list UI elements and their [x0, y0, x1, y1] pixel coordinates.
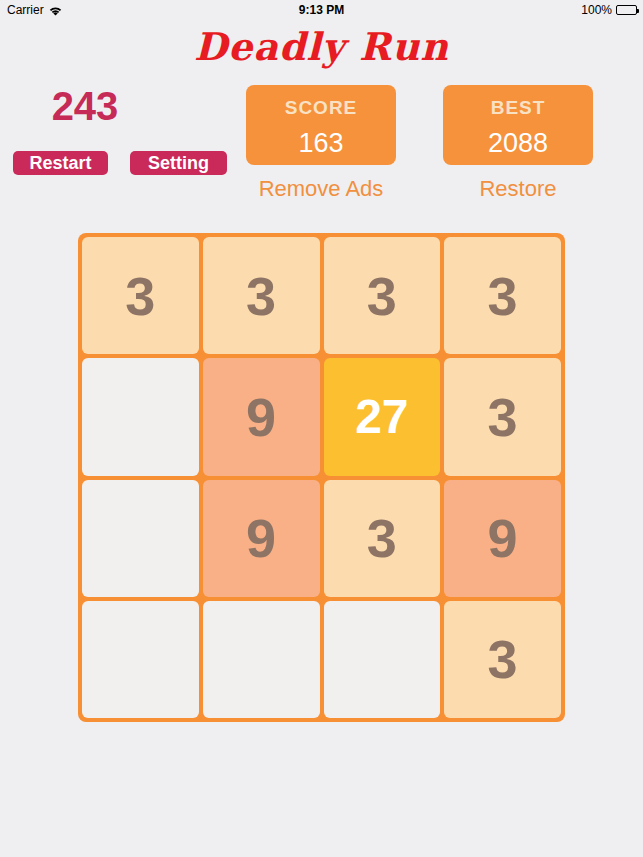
- setting-button[interactable]: Setting: [130, 151, 227, 175]
- tile-3-r1c1: 3: [82, 237, 199, 354]
- best-box: BEST 2088: [443, 85, 593, 165]
- empty-cell-r4c3: [324, 601, 441, 718]
- empty-cell-r4c1: [82, 601, 199, 718]
- next-tile-counter: 243: [20, 84, 150, 129]
- status-bar: Carrier 9:13 PM 100%: [0, 0, 643, 20]
- best-label: BEST: [491, 97, 546, 119]
- clock: 9:13 PM: [0, 3, 643, 17]
- tile-27-r2c3: 27: [324, 358, 441, 475]
- score-value: 163: [298, 128, 343, 159]
- remove-ads-link[interactable]: Remove Ads: [246, 176, 396, 202]
- empty-cell-r4c2: [203, 601, 320, 718]
- tile-9-r3c2: 9: [203, 480, 320, 597]
- restore-link[interactable]: Restore: [443, 176, 593, 202]
- tile-3-r2c4: 3: [444, 358, 561, 475]
- battery-icon: [616, 5, 637, 15]
- score-box: SCORE 163: [246, 85, 396, 165]
- tile-3-r3c3: 3: [324, 480, 441, 597]
- tile-3-r4c4: 3: [444, 601, 561, 718]
- tile-3-r1c3: 3: [324, 237, 441, 354]
- tile-3-r1c2: 3: [203, 237, 320, 354]
- tile-3-r1c4: 3: [444, 237, 561, 354]
- battery-percent: 100%: [581, 3, 612, 17]
- app-title: Deadly Run: [0, 24, 643, 70]
- tile-9-r3c4: 9: [444, 480, 561, 597]
- best-value: 2088: [488, 128, 548, 159]
- game-board[interactable]: 333392739393: [78, 233, 565, 722]
- restart-button[interactable]: Restart: [13, 151, 108, 175]
- tile-9-r2c2: 9: [203, 358, 320, 475]
- battery-area: 100%: [581, 3, 637, 17]
- empty-cell-r2c1: [82, 358, 199, 475]
- score-label: SCORE: [285, 97, 358, 119]
- empty-cell-r3c1: [82, 480, 199, 597]
